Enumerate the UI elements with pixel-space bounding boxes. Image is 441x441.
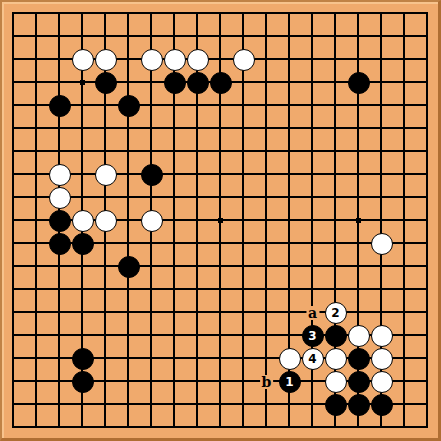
intersection[interactable] <box>255 48 278 71</box>
intersection[interactable] <box>163 209 186 232</box>
intersection[interactable] <box>347 347 370 370</box>
intersection[interactable] <box>94 140 117 163</box>
white-stone[interactable] <box>164 49 186 71</box>
intersection[interactable] <box>71 48 94 71</box>
intersection[interactable] <box>278 347 301 370</box>
intersection[interactable] <box>324 278 347 301</box>
black-stone[interactable] <box>49 210 71 232</box>
intersection[interactable] <box>416 278 439 301</box>
intersection[interactable]: 3 <box>301 324 324 347</box>
white-stone[interactable] <box>49 187 71 209</box>
intersection[interactable] <box>416 393 439 416</box>
intersection[interactable] <box>232 255 255 278</box>
intersection[interactable] <box>71 71 94 94</box>
intersection[interactable] <box>186 2 209 25</box>
intersection[interactable] <box>393 140 416 163</box>
intersection[interactable] <box>232 416 255 439</box>
intersection[interactable] <box>48 94 71 117</box>
white-stone[interactable] <box>279 348 301 370</box>
intersection[interactable] <box>140 71 163 94</box>
intersection[interactable] <box>278 301 301 324</box>
intersection[interactable] <box>48 301 71 324</box>
intersection[interactable] <box>2 2 25 25</box>
intersection[interactable] <box>140 278 163 301</box>
intersection[interactable] <box>255 255 278 278</box>
intersection[interactable] <box>255 347 278 370</box>
intersection[interactable] <box>71 117 94 140</box>
intersection[interactable] <box>117 48 140 71</box>
intersection[interactable] <box>94 416 117 439</box>
intersection[interactable] <box>25 347 48 370</box>
intersection[interactable] <box>71 301 94 324</box>
intersection[interactable] <box>347 140 370 163</box>
intersection[interactable] <box>255 2 278 25</box>
intersection[interactable] <box>416 117 439 140</box>
black-stone[interactable] <box>164 72 186 94</box>
intersection[interactable] <box>370 25 393 48</box>
intersection[interactable] <box>393 48 416 71</box>
intersection[interactable] <box>140 186 163 209</box>
intersection[interactable] <box>94 94 117 117</box>
intersection[interactable] <box>324 209 347 232</box>
intersection[interactable] <box>301 370 324 393</box>
intersection[interactable] <box>186 255 209 278</box>
intersection[interactable] <box>117 232 140 255</box>
intersection[interactable] <box>186 324 209 347</box>
intersection[interactable] <box>347 94 370 117</box>
white-stone[interactable]: 2 <box>325 302 347 324</box>
intersection[interactable] <box>186 117 209 140</box>
intersection[interactable] <box>94 48 117 71</box>
white-stone[interactable] <box>141 49 163 71</box>
intersection[interactable] <box>25 2 48 25</box>
intersection[interactable] <box>301 25 324 48</box>
intersection[interactable] <box>140 393 163 416</box>
white-stone[interactable] <box>95 210 117 232</box>
intersection[interactable] <box>2 117 25 140</box>
intersection[interactable] <box>347 278 370 301</box>
intersection[interactable] <box>48 255 71 278</box>
intersection[interactable] <box>393 117 416 140</box>
white-stone[interactable] <box>371 233 393 255</box>
intersection[interactable] <box>25 25 48 48</box>
intersection[interactable] <box>370 393 393 416</box>
intersection[interactable] <box>393 232 416 255</box>
intersection[interactable] <box>324 71 347 94</box>
intersection[interactable]: a <box>301 301 324 324</box>
intersection[interactable] <box>94 117 117 140</box>
intersection[interactable] <box>278 209 301 232</box>
intersection[interactable] <box>163 71 186 94</box>
white-stone[interactable] <box>95 49 117 71</box>
intersection[interactable] <box>117 25 140 48</box>
intersection[interactable] <box>209 347 232 370</box>
intersection[interactable] <box>48 209 71 232</box>
black-stone[interactable]: 3 <box>302 325 324 347</box>
intersection[interactable] <box>48 324 71 347</box>
black-stone[interactable] <box>72 371 94 393</box>
intersection[interactable] <box>278 255 301 278</box>
intersection[interactable] <box>232 117 255 140</box>
intersection[interactable] <box>209 370 232 393</box>
intersection[interactable] <box>232 48 255 71</box>
intersection[interactable] <box>25 71 48 94</box>
intersection[interactable] <box>209 2 232 25</box>
intersection[interactable] <box>94 370 117 393</box>
intersection[interactable] <box>232 347 255 370</box>
intersection[interactable] <box>209 163 232 186</box>
intersection[interactable] <box>370 324 393 347</box>
intersection[interactable] <box>94 2 117 25</box>
intersection[interactable] <box>255 25 278 48</box>
intersection[interactable] <box>324 140 347 163</box>
intersection[interactable] <box>94 25 117 48</box>
intersection[interactable] <box>209 255 232 278</box>
intersection[interactable] <box>94 71 117 94</box>
intersection[interactable] <box>416 48 439 71</box>
intersection[interactable] <box>209 140 232 163</box>
intersection[interactable] <box>48 163 71 186</box>
intersection[interactable] <box>209 324 232 347</box>
intersection[interactable] <box>2 25 25 48</box>
black-stone[interactable] <box>118 95 140 117</box>
intersection[interactable] <box>416 163 439 186</box>
intersection[interactable] <box>324 347 347 370</box>
intersection[interactable] <box>278 94 301 117</box>
intersection[interactable] <box>186 232 209 255</box>
intersection[interactable] <box>416 324 439 347</box>
intersection[interactable] <box>117 255 140 278</box>
intersection[interactable] <box>117 278 140 301</box>
intersection[interactable] <box>2 186 25 209</box>
intersection[interactable] <box>209 117 232 140</box>
intersection[interactable] <box>2 393 25 416</box>
intersection[interactable] <box>2 71 25 94</box>
intersection[interactable] <box>2 347 25 370</box>
intersection[interactable] <box>94 301 117 324</box>
intersection[interactable] <box>2 48 25 71</box>
white-stone[interactable] <box>72 49 94 71</box>
intersection[interactable] <box>347 186 370 209</box>
intersection[interactable] <box>347 301 370 324</box>
intersection[interactable] <box>140 140 163 163</box>
intersection[interactable] <box>163 255 186 278</box>
intersection[interactable] <box>140 117 163 140</box>
intersection[interactable] <box>393 393 416 416</box>
intersection[interactable] <box>255 71 278 94</box>
intersection[interactable] <box>71 232 94 255</box>
intersection[interactable] <box>71 370 94 393</box>
intersection[interactable] <box>25 324 48 347</box>
intersection[interactable] <box>347 324 370 347</box>
intersection[interactable] <box>347 2 370 25</box>
white-stone[interactable]: 4 <box>302 348 324 370</box>
intersection[interactable] <box>278 25 301 48</box>
black-stone[interactable] <box>348 371 370 393</box>
intersection[interactable] <box>301 163 324 186</box>
intersection[interactable] <box>255 186 278 209</box>
intersection[interactable] <box>71 255 94 278</box>
intersection[interactable] <box>347 232 370 255</box>
intersection[interactable] <box>25 232 48 255</box>
intersection[interactable] <box>71 140 94 163</box>
black-stone[interactable] <box>49 95 71 117</box>
intersection[interactable] <box>209 416 232 439</box>
intersection[interactable] <box>255 117 278 140</box>
intersection[interactable] <box>278 416 301 439</box>
intersection[interactable] <box>370 301 393 324</box>
intersection[interactable] <box>186 71 209 94</box>
intersection[interactable] <box>301 94 324 117</box>
intersection[interactable] <box>232 94 255 117</box>
intersection[interactable] <box>324 94 347 117</box>
intersection[interactable] <box>186 186 209 209</box>
intersection[interactable] <box>255 163 278 186</box>
intersection[interactable] <box>255 324 278 347</box>
intersection[interactable] <box>232 301 255 324</box>
intersection[interactable] <box>370 163 393 186</box>
intersection[interactable] <box>370 71 393 94</box>
intersection[interactable] <box>416 255 439 278</box>
intersection[interactable] <box>2 163 25 186</box>
intersection[interactable] <box>71 25 94 48</box>
intersection[interactable] <box>163 140 186 163</box>
intersection[interactable] <box>186 209 209 232</box>
intersection[interactable] <box>232 324 255 347</box>
intersection[interactable] <box>117 209 140 232</box>
intersection[interactable] <box>232 232 255 255</box>
intersection[interactable] <box>370 232 393 255</box>
intersection[interactable] <box>117 370 140 393</box>
black-stone[interactable]: 1 <box>279 371 301 393</box>
intersection[interactable] <box>2 370 25 393</box>
black-stone[interactable] <box>371 394 393 416</box>
white-stone[interactable] <box>49 164 71 186</box>
intersection[interactable] <box>232 370 255 393</box>
white-stone[interactable] <box>141 210 163 232</box>
intersection[interactable] <box>48 347 71 370</box>
intersection[interactable] <box>48 232 71 255</box>
intersection[interactable] <box>117 140 140 163</box>
intersection[interactable] <box>71 186 94 209</box>
intersection[interactable] <box>2 278 25 301</box>
intersection[interactable] <box>416 370 439 393</box>
intersection[interactable] <box>255 140 278 163</box>
white-stone[interactable] <box>325 371 347 393</box>
black-stone[interactable] <box>187 72 209 94</box>
intersection[interactable] <box>140 209 163 232</box>
intersection[interactable] <box>25 117 48 140</box>
intersection[interactable] <box>117 2 140 25</box>
white-stone[interactable] <box>72 210 94 232</box>
intersection[interactable] <box>163 393 186 416</box>
intersection[interactable] <box>71 324 94 347</box>
intersection[interactable] <box>163 2 186 25</box>
intersection[interactable] <box>163 94 186 117</box>
intersection[interactable] <box>347 393 370 416</box>
intersection[interactable] <box>416 416 439 439</box>
intersection[interactable] <box>278 140 301 163</box>
intersection[interactable] <box>255 209 278 232</box>
intersection[interactable] <box>324 324 347 347</box>
intersection[interactable] <box>255 232 278 255</box>
white-stone[interactable] <box>187 49 209 71</box>
intersection[interactable] <box>301 71 324 94</box>
intersection[interactable] <box>232 71 255 94</box>
intersection[interactable] <box>25 163 48 186</box>
intersection[interactable] <box>2 209 25 232</box>
intersection[interactable] <box>347 163 370 186</box>
intersection[interactable] <box>301 255 324 278</box>
intersection[interactable] <box>232 278 255 301</box>
intersection[interactable] <box>370 255 393 278</box>
intersection[interactable] <box>347 117 370 140</box>
intersection[interactable] <box>416 209 439 232</box>
intersection[interactable] <box>2 94 25 117</box>
intersection[interactable] <box>232 140 255 163</box>
intersection[interactable] <box>25 416 48 439</box>
intersection[interactable] <box>140 255 163 278</box>
intersection[interactable] <box>94 324 117 347</box>
white-stone[interactable] <box>233 49 255 71</box>
white-stone[interactable] <box>325 348 347 370</box>
intersection[interactable] <box>140 48 163 71</box>
intersection[interactable] <box>393 163 416 186</box>
intersection[interactable] <box>301 48 324 71</box>
black-stone[interactable] <box>348 348 370 370</box>
intersection[interactable] <box>140 301 163 324</box>
intersection[interactable] <box>25 209 48 232</box>
intersection[interactable] <box>416 232 439 255</box>
intersection[interactable] <box>232 209 255 232</box>
intersection[interactable] <box>163 278 186 301</box>
intersection[interactable] <box>71 278 94 301</box>
intersection[interactable] <box>140 94 163 117</box>
white-stone[interactable] <box>371 348 393 370</box>
intersection[interactable] <box>393 209 416 232</box>
intersection[interactable] <box>301 140 324 163</box>
intersection[interactable] <box>278 48 301 71</box>
intersection[interactable] <box>186 347 209 370</box>
intersection[interactable] <box>416 347 439 370</box>
intersection[interactable] <box>2 324 25 347</box>
intersection[interactable] <box>301 117 324 140</box>
intersection[interactable] <box>25 370 48 393</box>
intersection[interactable] <box>2 416 25 439</box>
intersection[interactable] <box>140 232 163 255</box>
intersection[interactable] <box>209 301 232 324</box>
intersection[interactable] <box>117 301 140 324</box>
intersection[interactable] <box>117 163 140 186</box>
intersection[interactable] <box>393 71 416 94</box>
intersection[interactable] <box>209 186 232 209</box>
intersection[interactable] <box>48 117 71 140</box>
intersection[interactable] <box>209 278 232 301</box>
intersection[interactable] <box>255 393 278 416</box>
intersection[interactable] <box>186 48 209 71</box>
intersection[interactable] <box>117 393 140 416</box>
intersection[interactable] <box>347 370 370 393</box>
intersection[interactable] <box>232 25 255 48</box>
intersection[interactable] <box>71 2 94 25</box>
intersection[interactable] <box>48 186 71 209</box>
intersection[interactable] <box>186 163 209 186</box>
intersection[interactable] <box>347 209 370 232</box>
intersection[interactable] <box>186 301 209 324</box>
intersection[interactable] <box>232 163 255 186</box>
intersection[interactable] <box>186 25 209 48</box>
intersection[interactable] <box>324 232 347 255</box>
intersection[interactable] <box>117 416 140 439</box>
black-stone[interactable] <box>72 233 94 255</box>
intersection[interactable] <box>370 2 393 25</box>
white-stone[interactable] <box>348 325 370 347</box>
intersection[interactable] <box>255 94 278 117</box>
intersection[interactable] <box>71 393 94 416</box>
intersection[interactable] <box>117 324 140 347</box>
intersection[interactable] <box>278 2 301 25</box>
intersection[interactable] <box>347 48 370 71</box>
black-stone[interactable] <box>141 164 163 186</box>
black-stone[interactable] <box>72 348 94 370</box>
intersection[interactable] <box>140 370 163 393</box>
intersection[interactable] <box>370 117 393 140</box>
intersection[interactable] <box>301 209 324 232</box>
intersection[interactable] <box>324 25 347 48</box>
intersection[interactable] <box>71 416 94 439</box>
intersection[interactable] <box>140 2 163 25</box>
intersection[interactable] <box>186 94 209 117</box>
intersection[interactable] <box>416 25 439 48</box>
intersection[interactable] <box>25 94 48 117</box>
intersection[interactable] <box>324 393 347 416</box>
intersection[interactable]: 4 <box>301 347 324 370</box>
intersection[interactable] <box>48 278 71 301</box>
intersection[interactable]: 1 <box>278 370 301 393</box>
intersection[interactable] <box>347 25 370 48</box>
intersection[interactable] <box>278 324 301 347</box>
intersection[interactable] <box>393 324 416 347</box>
intersection[interactable] <box>255 278 278 301</box>
intersection[interactable] <box>163 347 186 370</box>
intersection[interactable] <box>163 117 186 140</box>
intersection[interactable] <box>25 393 48 416</box>
intersection[interactable] <box>2 140 25 163</box>
intersection[interactable] <box>2 301 25 324</box>
intersection[interactable] <box>416 2 439 25</box>
intersection[interactable] <box>48 48 71 71</box>
black-stone[interactable] <box>95 72 117 94</box>
intersection[interactable] <box>163 186 186 209</box>
intersection[interactable] <box>393 347 416 370</box>
intersection[interactable] <box>25 140 48 163</box>
intersection[interactable] <box>140 25 163 48</box>
intersection[interactable] <box>347 416 370 439</box>
intersection[interactable] <box>324 2 347 25</box>
intersection[interactable] <box>48 25 71 48</box>
intersection[interactable] <box>117 117 140 140</box>
intersection[interactable] <box>209 94 232 117</box>
intersection[interactable] <box>186 416 209 439</box>
intersection[interactable]: b <box>255 370 278 393</box>
intersection[interactable] <box>209 209 232 232</box>
intersection[interactable] <box>370 94 393 117</box>
intersection[interactable] <box>140 347 163 370</box>
intersection[interactable] <box>48 416 71 439</box>
intersection[interactable] <box>278 186 301 209</box>
black-stone[interactable] <box>348 394 370 416</box>
intersection[interactable] <box>324 117 347 140</box>
